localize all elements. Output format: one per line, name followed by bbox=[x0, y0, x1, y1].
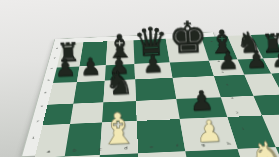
square-b5 bbox=[70, 102, 103, 124]
square-e6 bbox=[172, 76, 220, 99]
square-c6: ♞ bbox=[103, 79, 136, 102]
chess-board: ♜♝♛♚♝♞♜♟♟♟♟♟♟♟♞♟♝♟♞♟♟♟♟♟♟♟♜♞♝♛♚♜ abcdefg… bbox=[22, 32, 256, 156]
board-mat: ♜♝♛♚♝♞♜♟♟♟♟♟♟♟♞♟♝♟♞♟♟♟♟♟♟♟♜♞♝♛♚♜ abcdefg… bbox=[22, 32, 256, 156]
square-d6 bbox=[135, 78, 176, 101]
square-a5 bbox=[43, 104, 74, 125]
square-d8: ♛ bbox=[134, 39, 170, 64]
square-c5 bbox=[102, 101, 137, 123]
photo-backdrop: ♜♝♛♚♝♞♜♟♟♟♟♟♟♟♞♟♝♟♞♟♟♟♟♟♟♟♜♞♝♛♚♜ abcdefg… bbox=[0, 0, 279, 157]
square-a7: ♟ bbox=[53, 66, 80, 83]
square-b6 bbox=[74, 81, 105, 104]
piece-black-bishop-c8: ♝ bbox=[104, 30, 134, 63]
square-c7: ♟ bbox=[104, 64, 135, 81]
square-c8: ♝ bbox=[105, 40, 134, 65]
file-label-d: d bbox=[113, 143, 139, 150]
square-e5: ♟ bbox=[176, 97, 227, 119]
square-d7: ♟ bbox=[135, 62, 173, 79]
square-f3: ♞ bbox=[237, 147, 279, 157]
board-grid: ♜♝♛♚♝♞♜♟♟♟♟♟♟♟♞♟♝♟♞♟♟♟♟♟♟♟♜♞♝♛♚♜ bbox=[37, 37, 239, 146]
square-d5 bbox=[136, 99, 179, 121]
square-b8 bbox=[80, 41, 107, 66]
piece-white-pawn-e4: ♟ bbox=[196, 116, 224, 147]
square-b7: ♟ bbox=[77, 65, 105, 82]
piece-black-rook-h8: ♜ bbox=[261, 30, 279, 56]
piece-black-queen-d8: ♛ bbox=[133, 22, 170, 62]
